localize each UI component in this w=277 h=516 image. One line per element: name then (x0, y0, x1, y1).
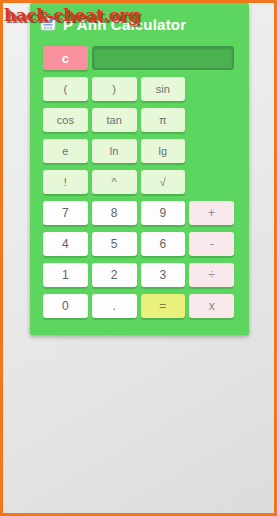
digit-7-button[interactable]: 7 (43, 201, 88, 225)
display-field[interactable] (92, 46, 234, 70)
watermark: hack-cheat.org (4, 5, 139, 25)
screenshot-frame: hack-cheat.org P Anh Calculator c ( ) si… (0, 0, 277, 516)
open-paren-button[interactable]: ( (43, 77, 88, 101)
power-button[interactable]: ^ (92, 170, 137, 194)
digit-5-button[interactable]: 5 (92, 232, 137, 256)
minus-button[interactable]: - (189, 232, 234, 256)
sqrt-button[interactable]: √ (141, 170, 186, 194)
sin-button[interactable]: sin (141, 77, 186, 101)
keypad: c ( ) sin cos tan π e ln lg ! ^ √ 7 8 9 … (30, 45, 249, 318)
e-button[interactable]: e (43, 139, 88, 163)
multiply-button[interactable]: x (189, 294, 234, 318)
decimal-button[interactable]: . (92, 294, 137, 318)
pi-button[interactable]: π (141, 108, 186, 132)
digit-8-button[interactable]: 8 (92, 201, 137, 225)
equals-button[interactable]: = (141, 294, 186, 318)
clear-button[interactable]: c (43, 46, 88, 70)
tan-button[interactable]: tan (92, 108, 137, 132)
digit-3-button[interactable]: 3 (141, 263, 186, 287)
factorial-button[interactable]: ! (43, 170, 88, 194)
digit-2-button[interactable]: 2 (92, 263, 137, 287)
digit-1-button[interactable]: 1 (43, 263, 88, 287)
digit-0-button[interactable]: 0 (43, 294, 88, 318)
digit-9-button[interactable]: 9 (141, 201, 186, 225)
lg-button[interactable]: lg (141, 139, 186, 163)
close-paren-button[interactable]: ) (92, 77, 137, 101)
cos-button[interactable]: cos (43, 108, 88, 132)
plus-button[interactable]: + (189, 201, 234, 225)
calculator-card: P Anh Calculator c ( ) sin cos tan π e l… (30, 3, 249, 335)
digit-6-button[interactable]: 6 (141, 232, 186, 256)
divide-button[interactable]: ÷ (189, 263, 234, 287)
ln-button[interactable]: ln (92, 139, 137, 163)
digit-4-button[interactable]: 4 (43, 232, 88, 256)
